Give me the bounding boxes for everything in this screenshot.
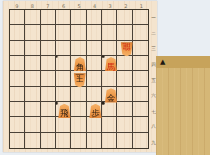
- board-square[interactable]: [25, 56, 40, 71]
- board-square[interactable]: [25, 102, 40, 117]
- board-square[interactable]: [87, 10, 102, 25]
- board-square[interactable]: [25, 10, 40, 25]
- board-square[interactable]: [71, 133, 86, 148]
- board-square[interactable]: [117, 117, 132, 132]
- board-square[interactable]: [71, 10, 86, 25]
- piece-kanji: 金: [107, 94, 116, 103]
- board-square[interactable]: [87, 41, 102, 56]
- board-square[interactable]: [87, 87, 102, 102]
- board-square[interactable]: [25, 87, 40, 102]
- board-square[interactable]: [117, 71, 132, 86]
- piece-kanji: 玉: [76, 73, 85, 82]
- board-square[interactable]: [133, 56, 148, 71]
- board-square[interactable]: [117, 102, 132, 117]
- hoshi-dot: [102, 102, 105, 105]
- board-square[interactable]: [102, 25, 117, 40]
- board-square[interactable]: [41, 71, 56, 86]
- board-square[interactable]: [87, 133, 102, 148]
- board-square[interactable]: [25, 41, 40, 56]
- hoshi-dot: [55, 55, 58, 58]
- piece-kanji: 歩: [91, 109, 100, 118]
- board-square[interactable]: [133, 87, 148, 102]
- komadai-header: ▲: [156, 56, 210, 68]
- board-square[interactable]: [41, 102, 56, 117]
- board-square[interactable]: [25, 25, 40, 40]
- board-square[interactable]: [117, 133, 132, 148]
- board-square[interactable]: [10, 25, 25, 40]
- board-square[interactable]: [71, 102, 86, 117]
- board-square[interactable]: [133, 41, 148, 56]
- board-square[interactable]: [10, 87, 25, 102]
- board-square[interactable]: [102, 133, 117, 148]
- board-square[interactable]: [56, 133, 71, 148]
- hoshi-dot: [102, 55, 105, 58]
- board-square[interactable]: [56, 25, 71, 40]
- board-square[interactable]: [117, 87, 132, 102]
- board-square[interactable]: [10, 56, 25, 71]
- board-square[interactable]: [10, 133, 25, 148]
- board-square[interactable]: [10, 41, 25, 56]
- board-square[interactable]: [133, 117, 148, 132]
- piece-kanji: 龍: [122, 42, 131, 51]
- piece-kanji: 飛: [60, 109, 69, 118]
- board-square[interactable]: [10, 10, 25, 25]
- board-square[interactable]: [117, 56, 132, 71]
- board-square[interactable]: [87, 25, 102, 40]
- board-square[interactable]: [41, 41, 56, 56]
- shogi-grid: 龍角馬玉金飛歩: [9, 9, 149, 149]
- board-square[interactable]: [41, 117, 56, 132]
- piece-kanji: 角: [76, 63, 85, 72]
- board-square[interactable]: [133, 133, 148, 148]
- board-square[interactable]: [25, 71, 40, 86]
- board-square[interactable]: [133, 71, 148, 86]
- board-square[interactable]: [56, 117, 71, 132]
- board-square[interactable]: [102, 41, 117, 56]
- komadai-sente[interactable]: ▲: [156, 56, 210, 155]
- rank-label: 二: [149, 26, 158, 42]
- sente-marker-icon: ▲: [160, 58, 165, 66]
- board-square[interactable]: [117, 25, 132, 40]
- shogi-board-panel: 987654321 一二三四五六七八九 龍角馬玉金飛歩: [3, 1, 157, 152]
- board-square[interactable]: [102, 10, 117, 25]
- board-square[interactable]: [133, 102, 148, 117]
- komadai-hand-area[interactable]: [156, 68, 210, 155]
- rank-label: 三: [149, 41, 158, 57]
- board-square[interactable]: [56, 10, 71, 25]
- board-square[interactable]: [41, 133, 56, 148]
- piece-kanji: 馬: [107, 63, 116, 72]
- board-square[interactable]: [41, 56, 56, 71]
- board-square[interactable]: [87, 56, 102, 71]
- board-square[interactable]: [25, 117, 40, 132]
- app-background: 987654321 一二三四五六七八九 龍角馬玉金飛歩 ▲: [0, 0, 210, 155]
- board-square[interactable]: [71, 87, 86, 102]
- board-square[interactable]: [71, 25, 86, 40]
- board-square[interactable]: [56, 41, 71, 56]
- rank-label: 一: [149, 10, 158, 26]
- board-square[interactable]: [133, 10, 148, 25]
- board-square[interactable]: [10, 102, 25, 117]
- board-square[interactable]: [41, 10, 56, 25]
- board-square[interactable]: [25, 133, 40, 148]
- board-square[interactable]: [71, 117, 86, 132]
- board-square[interactable]: [71, 41, 86, 56]
- board-square[interactable]: [56, 56, 71, 71]
- board-square[interactable]: [87, 117, 102, 132]
- board-square[interactable]: [10, 71, 25, 86]
- board-square[interactable]: [117, 10, 132, 25]
- board-square[interactable]: [87, 71, 102, 86]
- board-square[interactable]: [102, 71, 117, 86]
- board-square[interactable]: [41, 25, 56, 40]
- board-square[interactable]: [41, 87, 56, 102]
- board-square[interactable]: [10, 117, 25, 132]
- board-square[interactable]: [133, 25, 148, 40]
- board-square[interactable]: [102, 117, 117, 132]
- board-square[interactable]: [56, 71, 71, 86]
- board-square[interactable]: [56, 87, 71, 102]
- hoshi-dot: [55, 102, 58, 105]
